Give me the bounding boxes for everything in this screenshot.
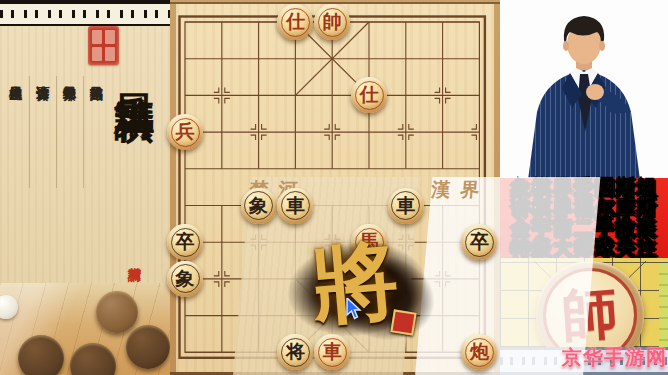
presenter-photo bbox=[500, 0, 668, 180]
panel-title: 風繁講棋 bbox=[113, 62, 158, 247]
piece-black-象[interactable]: 象 bbox=[241, 188, 277, 224]
piece-red-炮[interactable]: 炮 bbox=[461, 334, 497, 370]
wood-piece-decor bbox=[70, 343, 116, 375]
poem-line-1: 风起萍末诗入棋 bbox=[89, 76, 110, 188]
left-calligraphy-panel: 風繁講棋 风起萍末诗入棋 繁星似子弈中迷 讲评论道万人贵 棋中日月人生趣 精講賞… bbox=[0, 0, 170, 375]
piece-black-車[interactable]: 車 bbox=[277, 188, 313, 224]
presenter-illustration bbox=[500, 0, 668, 180]
piece-red-仕[interactable]: 仕 bbox=[277, 4, 313, 40]
white-sphere-decor bbox=[0, 295, 18, 319]
piece-red-兵[interactable]: 兵 bbox=[167, 114, 203, 150]
poem-line-2: 繁星似子弈中迷 bbox=[62, 76, 84, 188]
wood-piece-decor bbox=[126, 325, 170, 369]
piece-black-象[interactable]: 象 bbox=[167, 261, 203, 297]
xiangqi-board[interactable]: 楚河 漢界 仕帥仕兵象車車卒馬卒象包将車炮 將 bbox=[170, 0, 500, 375]
pieces-photo bbox=[0, 283, 170, 375]
wood-piece-decor bbox=[96, 291, 138, 333]
edge-pattern-strip bbox=[659, 264, 668, 352]
thumbnail: 風繁講棋 风起萍末诗入棋 繁星似子弈中迷 讲评论道万人贵 棋中日月人生趣 精講賞… bbox=[0, 0, 668, 375]
poem-line-4: 棋中日月人生趣 bbox=[8, 76, 30, 188]
piece-red-仕[interactable]: 仕 bbox=[351, 77, 387, 113]
piece-black-卒[interactable]: 卒 bbox=[461, 224, 497, 260]
site-watermark: 京华手游网 bbox=[562, 344, 667, 371]
seal-stamp-icon bbox=[88, 26, 119, 65]
poem-block: 风起萍末诗入棋 繁星似子弈中迷 讲评论道万人贵 棋中日月人生趣 bbox=[8, 76, 110, 198]
mouse-cursor-icon bbox=[346, 298, 362, 320]
check-animation: 將 bbox=[273, 238, 437, 342]
lattice-border-top bbox=[0, 0, 170, 26]
piece-black-車[interactable]: 車 bbox=[388, 188, 424, 224]
wood-piece-decor bbox=[18, 335, 64, 375]
poem-line-3: 讲评论道万人贵 bbox=[35, 76, 57, 188]
check-seal-icon bbox=[390, 309, 416, 335]
piece-black-卒[interactable]: 卒 bbox=[167, 224, 203, 260]
check-character: 將 bbox=[269, 223, 441, 341]
piece-red-帥[interactable]: 帥 bbox=[314, 4, 350, 40]
